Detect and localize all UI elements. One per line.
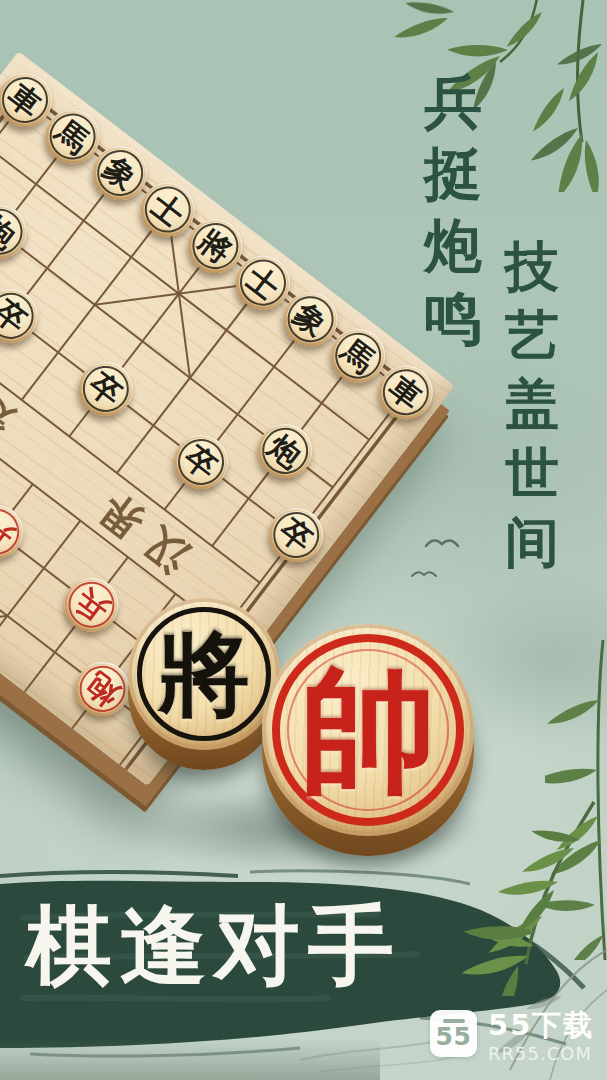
slogan-char: 炮 bbox=[424, 210, 482, 282]
piece-char: 士 bbox=[241, 261, 284, 304]
piece-char: 相 bbox=[0, 726, 4, 769]
piece-char: 炮 bbox=[0, 210, 21, 253]
piece-char: 卒 bbox=[0, 294, 32, 337]
piece-char: 兵 bbox=[0, 510, 18, 553]
piece-char: 炮 bbox=[81, 667, 124, 710]
logo-text: 55下载 RR55.COM bbox=[488, 1010, 594, 1064]
logo-badge: 55 bbox=[430, 1010, 477, 1057]
piece-char: 卒 bbox=[274, 513, 317, 556]
hero-piece-black-general: 將 bbox=[128, 598, 280, 750]
bottom-ink-fade bbox=[0, 1038, 380, 1080]
piece-char: 車 bbox=[3, 78, 46, 121]
piece-char: 炮 bbox=[263, 429, 306, 472]
piece-char: 馬 bbox=[51, 115, 94, 158]
piece-char: 卒 bbox=[84, 367, 127, 410]
piece-face: 將 bbox=[128, 598, 280, 750]
slogan-char: 技 bbox=[505, 232, 559, 301]
slogan-char: 间 bbox=[505, 508, 559, 577]
slogan-char: 世 bbox=[505, 439, 559, 508]
piece-char: 將 bbox=[194, 224, 237, 267]
piece-char: 士 bbox=[146, 188, 189, 231]
piece-char: 馬 bbox=[8, 762, 51, 786]
birds-icon bbox=[408, 528, 488, 592]
piece-char: 兵 bbox=[70, 583, 113, 626]
slogan-char: 盖 bbox=[505, 370, 559, 439]
piece-char: 象 bbox=[98, 151, 141, 194]
slogan-char: 挺 bbox=[424, 138, 482, 210]
logo-name: 55下载 bbox=[488, 1010, 594, 1042]
piece-char: 車 bbox=[384, 370, 427, 413]
piece-char: 象 bbox=[289, 297, 332, 340]
board-piece-red-車[interactable]: 車 bbox=[39, 783, 115, 787]
piece-face: 帥 bbox=[262, 624, 474, 836]
piece-char: 馬 bbox=[336, 334, 379, 377]
poster: 楚河 汉界 車馬象士將士象馬車炮炮卒卒卒卒卒兵兵兵兵兵炮炮車馬相仕帥仕相馬車 兵… bbox=[0, 0, 607, 1080]
hero-piece-red-general: 帥 bbox=[262, 624, 474, 836]
piece-char: 卒 bbox=[179, 440, 222, 483]
banner-slogan: 棋逢对手 bbox=[26, 902, 402, 988]
black-general-char: 將 bbox=[158, 628, 250, 720]
slogan-column-1: 兵挺炮鸣 bbox=[424, 66, 482, 354]
logo-domain: RR55.COM bbox=[488, 1043, 594, 1064]
board-piece-red-馬[interactable]: 馬 bbox=[0, 746, 67, 786]
slogan-column-2: 技艺盖世间 bbox=[505, 232, 559, 577]
red-general-char: 帥 bbox=[300, 662, 436, 798]
slogan-char: 艺 bbox=[505, 301, 559, 370]
logo-badge-number: 55 bbox=[436, 1026, 472, 1049]
bamboo-top-right-icon bbox=[388, 0, 607, 192]
board-piece-red-相[interactable]: 相 bbox=[0, 710, 20, 786]
slogan-char: 兵 bbox=[424, 66, 482, 138]
slogan-char: 鸣 bbox=[424, 282, 482, 354]
site-logo[interactable]: 55 55下载 RR55.COM bbox=[430, 1010, 594, 1064]
